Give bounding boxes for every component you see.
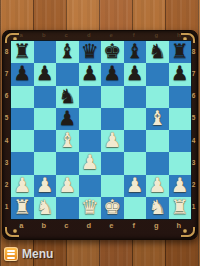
square-d3[interactable]: ♟ bbox=[79, 152, 102, 174]
square-d7[interactable]: ♟ bbox=[79, 63, 102, 85]
square-f1[interactable] bbox=[124, 197, 147, 219]
square-a3[interactable] bbox=[11, 152, 34, 174]
menu-button-label: Menu bbox=[22, 247, 53, 261]
square-h2[interactable]: ♟ bbox=[169, 175, 192, 197]
square-a6[interactable] bbox=[11, 86, 34, 108]
square-d6[interactable] bbox=[79, 86, 102, 108]
square-f3[interactable] bbox=[124, 152, 147, 174]
file-label-d: d bbox=[78, 220, 101, 232]
square-c4[interactable]: ♝ bbox=[56, 130, 79, 152]
square-b4[interactable] bbox=[34, 130, 57, 152]
rank-label-8: 8 bbox=[192, 48, 196, 55]
file-label-e: e bbox=[100, 31, 123, 39]
file-label-c: c bbox=[55, 220, 78, 232]
rank-label-5: 5 bbox=[192, 114, 196, 121]
rank-label-6: 6 bbox=[5, 92, 9, 99]
black-rook[interactable]: ♜ bbox=[171, 41, 189, 61]
square-h8[interactable]: ♜ bbox=[169, 41, 192, 63]
file-label-a: a bbox=[10, 220, 33, 232]
rank-label-4: 4 bbox=[5, 137, 9, 144]
white-knight[interactable]: ♞ bbox=[36, 197, 54, 217]
file-label-a: a bbox=[10, 31, 33, 39]
square-f5[interactable] bbox=[124, 108, 147, 130]
black-pawn[interactable]: ♟ bbox=[171, 63, 189, 83]
square-b8[interactable] bbox=[34, 41, 57, 63]
square-a5[interactable] bbox=[11, 108, 34, 130]
white-pawn[interactable]: ♟ bbox=[81, 152, 99, 172]
white-rook[interactable]: ♜ bbox=[13, 197, 31, 217]
black-knight[interactable]: ♞ bbox=[148, 41, 166, 61]
rank-label-2: 2 bbox=[5, 181, 9, 188]
black-pawn[interactable]: ♟ bbox=[13, 63, 31, 83]
square-c3[interactable] bbox=[56, 152, 79, 174]
square-e1[interactable]: ♚ bbox=[101, 197, 124, 219]
white-queen[interactable]: ♛ bbox=[81, 197, 99, 217]
white-pawn[interactable]: ♟ bbox=[58, 175, 76, 195]
rank-labels-right: 87654321 bbox=[190, 40, 197, 218]
square-b7[interactable]: ♟ bbox=[34, 63, 57, 85]
chess-board-frame: abcdefgh 87654321 ♜♝♛♚♝♞♜♟♟♟♟♟♟♞♟♝♝♟♟♟♟♟… bbox=[2, 30, 198, 240]
black-bishop[interactable]: ♝ bbox=[58, 41, 76, 61]
file-labels-bottom: abcdefgh bbox=[10, 220, 190, 232]
file-label-g: g bbox=[145, 31, 168, 39]
square-h4[interactable] bbox=[169, 130, 192, 152]
square-e4[interactable]: ♟ bbox=[101, 130, 124, 152]
square-c7[interactable] bbox=[56, 63, 79, 85]
rank-label-8: 8 bbox=[5, 48, 9, 55]
black-rook[interactable]: ♜ bbox=[13, 41, 31, 61]
square-b3[interactable] bbox=[34, 152, 57, 174]
black-king[interactable]: ♚ bbox=[103, 41, 121, 61]
square-d4[interactable] bbox=[79, 130, 102, 152]
square-h1[interactable]: ♜ bbox=[169, 197, 192, 219]
file-label-c: c bbox=[55, 31, 78, 39]
square-d1[interactable]: ♛ bbox=[79, 197, 102, 219]
square-e5[interactable] bbox=[101, 108, 124, 130]
square-a4[interactable] bbox=[11, 130, 34, 152]
white-pawn[interactable]: ♟ bbox=[171, 175, 189, 195]
square-h3[interactable] bbox=[169, 152, 192, 174]
white-bishop[interactable]: ♝ bbox=[58, 130, 76, 150]
square-b2[interactable]: ♟ bbox=[34, 175, 57, 197]
square-f8[interactable]: ♝ bbox=[124, 41, 147, 63]
file-label-b: b bbox=[33, 220, 56, 232]
white-bishop[interactable]: ♝ bbox=[148, 108, 166, 128]
file-label-g: g bbox=[145, 220, 168, 232]
hamburger-menu-icon bbox=[4, 247, 18, 261]
square-b5[interactable] bbox=[34, 108, 57, 130]
square-e7[interactable]: ♟ bbox=[101, 63, 124, 85]
square-b1[interactable]: ♞ bbox=[34, 197, 57, 219]
square-e6[interactable] bbox=[101, 86, 124, 108]
square-h7[interactable]: ♟ bbox=[169, 63, 192, 85]
white-pawn[interactable]: ♟ bbox=[36, 175, 54, 195]
white-pawn[interactable]: ♟ bbox=[148, 175, 166, 195]
square-g5[interactable]: ♝ bbox=[146, 108, 169, 130]
square-d2[interactable] bbox=[79, 175, 102, 197]
black-pawn[interactable]: ♟ bbox=[103, 63, 121, 83]
white-king[interactable]: ♚ bbox=[103, 197, 121, 217]
rank-label-5: 5 bbox=[5, 114, 9, 121]
white-pawn[interactable]: ♟ bbox=[126, 175, 144, 195]
square-g1[interactable]: ♞ bbox=[146, 197, 169, 219]
square-a1[interactable]: ♜ bbox=[11, 197, 34, 219]
square-c2[interactable]: ♟ bbox=[56, 175, 79, 197]
black-pawn[interactable]: ♟ bbox=[81, 63, 99, 83]
file-label-h: h bbox=[168, 31, 191, 39]
rank-label-1: 1 bbox=[5, 203, 9, 210]
black-queen[interactable]: ♛ bbox=[81, 41, 99, 61]
square-g4[interactable] bbox=[146, 130, 169, 152]
square-f2[interactable]: ♟ bbox=[124, 175, 147, 197]
white-rook[interactable]: ♜ bbox=[171, 197, 189, 217]
file-label-f: f bbox=[123, 31, 146, 39]
square-a7[interactable]: ♟ bbox=[11, 63, 34, 85]
square-e3[interactable] bbox=[101, 152, 124, 174]
white-pawn[interactable]: ♟ bbox=[13, 175, 31, 195]
square-f4[interactable] bbox=[124, 130, 147, 152]
file-label-e: e bbox=[100, 220, 123, 232]
square-e2[interactable] bbox=[101, 175, 124, 197]
rank-labels-left: 87654321 bbox=[3, 40, 10, 218]
rank-label-2: 2 bbox=[192, 181, 196, 188]
square-g3[interactable] bbox=[146, 152, 169, 174]
square-a2[interactable]: ♟ bbox=[11, 175, 34, 197]
square-g7[interactable] bbox=[146, 63, 169, 85]
square-h6[interactable] bbox=[169, 86, 192, 108]
file-labels-top: abcdefgh bbox=[10, 31, 190, 39]
black-pawn[interactable]: ♟ bbox=[36, 63, 54, 83]
square-d8[interactable]: ♛ bbox=[79, 41, 102, 63]
rank-label-7: 7 bbox=[192, 70, 196, 77]
file-label-h: h bbox=[168, 220, 191, 232]
black-pawn[interactable]: ♟ bbox=[58, 108, 76, 128]
square-d5[interactable] bbox=[79, 108, 102, 130]
file-label-f: f bbox=[123, 220, 146, 232]
rank-label-3: 3 bbox=[5, 159, 9, 166]
file-label-d: d bbox=[78, 31, 101, 39]
square-f6[interactable] bbox=[124, 86, 147, 108]
black-pawn[interactable]: ♟ bbox=[126, 63, 144, 83]
square-e8[interactable]: ♚ bbox=[101, 41, 124, 63]
square-g2[interactable]: ♟ bbox=[146, 175, 169, 197]
black-knight[interactable]: ♞ bbox=[58, 86, 76, 106]
square-a8[interactable]: ♜ bbox=[11, 41, 34, 63]
square-c1[interactable] bbox=[56, 197, 79, 219]
square-c8[interactable]: ♝ bbox=[56, 41, 79, 63]
rank-label-1: 1 bbox=[192, 203, 196, 210]
white-knight[interactable]: ♞ bbox=[148, 197, 166, 217]
white-pawn[interactable]: ♟ bbox=[103, 130, 121, 150]
app-window: abcdefgh 87654321 ♜♝♛♚♝♞♜♟♟♟♟♟♟♞♟♝♝♟♟♟♟♟… bbox=[0, 0, 200, 266]
square-c5[interactable]: ♟ bbox=[56, 108, 79, 130]
rank-label-3: 3 bbox=[192, 159, 196, 166]
square-g6[interactable] bbox=[146, 86, 169, 108]
square-f7[interactable]: ♟ bbox=[124, 63, 147, 85]
rank-label-4: 4 bbox=[192, 137, 196, 144]
square-h5[interactable] bbox=[169, 108, 192, 130]
square-c6[interactable]: ♞ bbox=[56, 86, 79, 108]
square-b6[interactable] bbox=[34, 86, 57, 108]
rank-label-7: 7 bbox=[5, 70, 9, 77]
menu-button[interactable]: Menu bbox=[4, 245, 53, 263]
square-g8[interactable]: ♞ bbox=[146, 41, 169, 63]
rank-label-6: 6 bbox=[192, 92, 196, 99]
black-bishop[interactable]: ♝ bbox=[126, 41, 144, 61]
chess-board[interactable]: ♜♝♛♚♝♞♜♟♟♟♟♟♟♞♟♝♝♟♟♟♟♟♟♟♟♜♞♛♚♞♜ bbox=[10, 40, 192, 220]
file-label-b: b bbox=[33, 31, 56, 39]
